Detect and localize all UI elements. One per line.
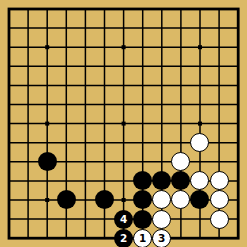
stone-white	[152, 190, 171, 209]
stone-white	[190, 133, 209, 152]
stone-white	[210, 210, 229, 229]
stone-black-move-4: 4	[114, 210, 133, 229]
stone-black	[171, 171, 190, 190]
stone-white	[210, 190, 229, 209]
stones-layer: 4213	[0, 0, 247, 247]
stone-black	[133, 171, 152, 190]
stone-white	[210, 171, 229, 190]
stone-black	[133, 190, 152, 209]
stone-black	[38, 152, 57, 171]
stone-white	[190, 171, 209, 190]
stone-black	[133, 210, 152, 229]
stone-white-move-3: 3	[152, 229, 171, 247]
stone-white	[171, 152, 190, 171]
go-board: 4213	[0, 0, 247, 247]
stone-black	[57, 190, 76, 209]
stone-white-move-1: 1	[133, 229, 152, 247]
stone-black	[95, 190, 114, 209]
stone-black	[152, 171, 171, 190]
stone-white	[152, 210, 171, 229]
stone-black	[190, 190, 209, 209]
stone-black-move-2: 2	[114, 229, 133, 247]
stone-white	[171, 190, 190, 209]
